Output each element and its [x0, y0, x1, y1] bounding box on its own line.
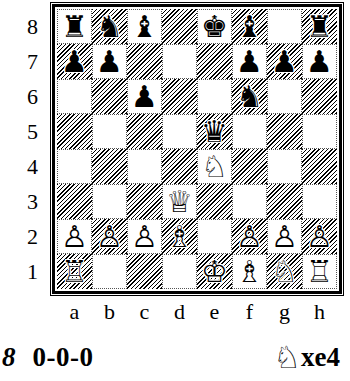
file-label-g: g [267, 301, 302, 323]
square-f6: ♞ [232, 79, 267, 114]
square-f4 [232, 149, 267, 184]
black-bishop-c8: ♝ [131, 9, 158, 44]
square-c6: ♟ [127, 79, 162, 114]
square-a5 [57, 114, 92, 149]
square-c2: ♙ [127, 219, 162, 254]
white-move-castling: 0-0-0 [33, 344, 94, 371]
square-g5 [267, 114, 302, 149]
white-rook-a1: ♖ [61, 254, 88, 289]
square-c5 [127, 114, 162, 149]
square-b5 [92, 114, 127, 149]
black-pawn-a7: ♟ [61, 44, 88, 79]
square-b6 [92, 79, 127, 114]
black-pawn-c6: ♟ [131, 79, 158, 114]
white-pawn-f2: ♙ [236, 219, 263, 254]
board-inner-frame: ♜♞♝♚♝♜♟♟♟♟♟♟♞♛♘♕♙♙♙♗♙♙♙♖♔♗♘♖ [52, 4, 342, 294]
square-f8: ♝ [232, 9, 267, 44]
file-label-a: a [57, 301, 92, 323]
white-knight-g1: ♘ [271, 254, 298, 289]
square-g6 [267, 79, 302, 114]
square-g4 [267, 149, 302, 184]
square-c7 [127, 44, 162, 79]
black-pawn-f7: ♟ [236, 44, 263, 79]
white-queen-d3: ♕ [166, 184, 193, 219]
square-h3 [302, 184, 337, 219]
square-d6 [162, 79, 197, 114]
square-e7 [197, 44, 232, 79]
square-f5 [232, 114, 267, 149]
square-c1 [127, 254, 162, 289]
square-h8: ♜ [302, 9, 337, 44]
black-knight-f6: ♞ [236, 79, 263, 114]
square-g7: ♟ [267, 44, 302, 79]
board-frame: ♜♞♝♚♝♜♟♟♟♟♟♟♞♛♘♕♙♙♙♗♙♙♙♖♔♗♘♖ [50, 2, 344, 296]
square-d8 [162, 9, 197, 44]
rank-label-7: 7 [0, 44, 50, 79]
square-a7: ♟ [57, 44, 92, 79]
square-d1 [162, 254, 197, 289]
square-c8: ♝ [127, 9, 162, 44]
square-e8: ♚ [197, 9, 232, 44]
square-e1: ♔ [197, 254, 232, 289]
square-e3 [197, 184, 232, 219]
file-label-f: f [232, 301, 267, 323]
square-d2: ♗ [162, 219, 197, 254]
rank-label-5: 5 [0, 114, 50, 149]
black-pawn-h7: ♟ [306, 44, 333, 79]
diagram: 87654321 ♜♞♝♚♝♜♟♟♟♟♟♟♞♛♘♕♙♙♙♗♙♙♙♖♔♗♘♖ [0, 0, 350, 296]
caption: 8 0-0-0 ♘ xe4 [0, 340, 350, 371]
file-label-e: e [197, 301, 232, 323]
file-label-c: c [127, 301, 162, 323]
rank-label-6: 6 [0, 79, 50, 114]
square-h2: ♙ [302, 219, 337, 254]
white-pawn-b2: ♙ [96, 219, 123, 254]
square-h1: ♖ [302, 254, 337, 289]
file-label-b: b [92, 301, 127, 323]
rank-label-1: 1 [0, 254, 50, 289]
white-rook-h1: ♖ [306, 254, 333, 289]
square-e4: ♘ [197, 149, 232, 184]
square-g3 [267, 184, 302, 219]
square-h7: ♟ [302, 44, 337, 79]
black-pawn-b7: ♟ [96, 44, 123, 79]
square-d5 [162, 114, 197, 149]
black-king-e8: ♚ [201, 9, 228, 44]
square-a8: ♜ [57, 9, 92, 44]
black-bishop-f8: ♝ [236, 9, 263, 44]
square-f2: ♙ [232, 219, 267, 254]
white-pawn-c2: ♙ [131, 219, 158, 254]
square-d7 [162, 44, 197, 79]
move-number: 8 [2, 344, 16, 371]
white-king-e1: ♔ [201, 254, 228, 289]
square-g1: ♘ [267, 254, 302, 289]
black-knight-b8: ♞ [96, 9, 123, 44]
rank-label-3: 3 [0, 184, 50, 219]
black-move: ♘ xe4 [273, 340, 340, 371]
square-d3: ♕ [162, 184, 197, 219]
white-knight-e4: ♘ [201, 149, 228, 184]
knight-figurine-icon: ♘ [273, 342, 301, 373]
black-rook-h8: ♜ [306, 9, 333, 44]
square-a1: ♖ [57, 254, 92, 289]
square-a6 [57, 79, 92, 114]
black-pawn-g7: ♟ [271, 44, 298, 79]
black-move-text: xe4 [301, 344, 340, 371]
square-b7: ♟ [92, 44, 127, 79]
square-f7: ♟ [232, 44, 267, 79]
file-labels: abcdefgh [57, 301, 350, 323]
square-a4 [57, 149, 92, 184]
rank-label-2: 2 [0, 219, 50, 254]
square-b1 [92, 254, 127, 289]
square-a2: ♙ [57, 219, 92, 254]
white-bishop-d2: ♗ [166, 219, 193, 254]
black-rook-a8: ♜ [61, 9, 88, 44]
square-g2: ♙ [267, 219, 302, 254]
square-e5: ♛ [197, 114, 232, 149]
black-queen-e5: ♛ [201, 114, 228, 149]
square-e2 [197, 219, 232, 254]
chess-diagram-page: 87654321 ♜♞♝♚♝♜♟♟♟♟♟♟♞♛♘♕♙♙♙♗♙♙♙♖♔♗♘♖ ab… [0, 0, 350, 381]
rank-labels: 87654321 [0, 2, 50, 296]
move-pair-white: 8 0-0-0 [2, 344, 93, 371]
file-label-d: d [162, 301, 197, 323]
white-pawn-a2: ♙ [61, 219, 88, 254]
square-a3 [57, 184, 92, 219]
white-pawn-h2: ♙ [306, 219, 333, 254]
square-g8 [267, 9, 302, 44]
square-c3 [127, 184, 162, 219]
white-bishop-f1: ♗ [236, 254, 263, 289]
board-grid: ♜♞♝♚♝♜♟♟♟♟♟♟♞♛♘♕♙♙♙♗♙♙♙♖♔♗♘♖ [57, 9, 337, 289]
square-c4 [127, 149, 162, 184]
square-e6 [197, 79, 232, 114]
square-f1: ♗ [232, 254, 267, 289]
rank-label-8: 8 [0, 9, 50, 44]
rank-label-4: 4 [0, 149, 50, 184]
square-b2: ♙ [92, 219, 127, 254]
square-d4 [162, 149, 197, 184]
square-h5 [302, 114, 337, 149]
square-b8: ♞ [92, 9, 127, 44]
white-pawn-g2: ♙ [271, 219, 298, 254]
square-h4 [302, 149, 337, 184]
square-h6 [302, 79, 337, 114]
square-f3 [232, 184, 267, 219]
square-b4 [92, 149, 127, 184]
file-label-h: h [302, 301, 337, 323]
square-b3 [92, 184, 127, 219]
